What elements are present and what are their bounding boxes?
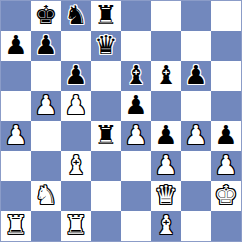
square-f4[interactable]: ♟ bbox=[151, 121, 181, 151]
square-g3[interactable] bbox=[181, 151, 211, 181]
black-pawn-a7[interactable]: ♟ bbox=[4, 32, 27, 58]
square-f1[interactable]: ♝ bbox=[151, 211, 181, 241]
white-pawn-f3[interactable]: ♟ bbox=[154, 152, 177, 178]
square-d3[interactable] bbox=[91, 151, 121, 181]
square-b7[interactable]: ♟ bbox=[31, 31, 61, 61]
square-d2[interactable] bbox=[91, 181, 121, 211]
square-g8[interactable] bbox=[181, 1, 211, 31]
square-f5[interactable] bbox=[151, 91, 181, 121]
square-d7[interactable]: ♛ bbox=[91, 31, 121, 61]
square-e5[interactable]: ♟ bbox=[121, 91, 151, 121]
square-b5[interactable]: ♟ bbox=[31, 91, 61, 121]
black-rook-d8[interactable]: ♜ bbox=[94, 2, 117, 28]
square-h7[interactable] bbox=[211, 31, 241, 61]
chess-diagram: ♚♞♜♟♟♛♟♝♝♟♟♟♟♟♜♟♟♟♟♝♟♟♞♛♚♜♜♝ bbox=[0, 0, 242, 242]
square-a2[interactable] bbox=[1, 181, 31, 211]
square-f2[interactable]: ♛ bbox=[151, 181, 181, 211]
white-pawn-g4[interactable]: ♟ bbox=[184, 122, 207, 148]
square-d5[interactable] bbox=[91, 91, 121, 121]
square-a5[interactable] bbox=[1, 91, 31, 121]
white-king-h2[interactable]: ♚ bbox=[214, 182, 237, 208]
square-g4[interactable]: ♟ bbox=[181, 121, 211, 151]
black-pawn-e5[interactable]: ♟ bbox=[124, 92, 147, 118]
square-f6[interactable]: ♝ bbox=[151, 61, 181, 91]
square-c5[interactable]: ♟ bbox=[61, 91, 91, 121]
square-b4[interactable] bbox=[31, 121, 61, 151]
square-b8[interactable]: ♚ bbox=[31, 1, 61, 31]
square-d4[interactable]: ♜ bbox=[91, 121, 121, 151]
black-pawn-f4[interactable]: ♟ bbox=[154, 122, 177, 148]
square-c2[interactable] bbox=[61, 181, 91, 211]
square-a6[interactable] bbox=[1, 61, 31, 91]
square-a7[interactable]: ♟ bbox=[1, 31, 31, 61]
square-b2[interactable]: ♞ bbox=[31, 181, 61, 211]
square-g5[interactable] bbox=[181, 91, 211, 121]
square-b3[interactable] bbox=[31, 151, 61, 181]
square-e2[interactable] bbox=[121, 181, 151, 211]
square-g7[interactable] bbox=[181, 31, 211, 61]
square-e4[interactable]: ♟ bbox=[121, 121, 151, 151]
white-rook-a1[interactable]: ♜ bbox=[4, 212, 27, 238]
black-king-b8[interactable]: ♚ bbox=[34, 2, 57, 28]
square-a8[interactable] bbox=[1, 1, 31, 31]
black-knight-c8[interactable]: ♞ bbox=[64, 2, 87, 28]
square-e1[interactable] bbox=[121, 211, 151, 241]
white-pawn-c5[interactable]: ♟ bbox=[64, 92, 87, 118]
black-bishop-f6[interactable]: ♝ bbox=[154, 62, 177, 88]
square-d1[interactable] bbox=[91, 211, 121, 241]
square-e8[interactable] bbox=[121, 1, 151, 31]
white-pawn-h3[interactable]: ♟ bbox=[214, 152, 237, 178]
square-a4[interactable]: ♟ bbox=[1, 121, 31, 151]
square-h5[interactable] bbox=[211, 91, 241, 121]
black-queen-d7[interactable]: ♛ bbox=[94, 32, 117, 58]
square-b6[interactable] bbox=[31, 61, 61, 91]
square-h8[interactable] bbox=[211, 1, 241, 31]
square-h2[interactable]: ♚ bbox=[211, 181, 241, 211]
square-g2[interactable] bbox=[181, 181, 211, 211]
square-h6[interactable] bbox=[211, 61, 241, 91]
white-pawn-a4[interactable]: ♟ bbox=[4, 122, 27, 148]
square-a1[interactable]: ♜ bbox=[1, 211, 31, 241]
square-g1[interactable] bbox=[181, 211, 211, 241]
square-e6[interactable]: ♝ bbox=[121, 61, 151, 91]
black-pawn-c6[interactable]: ♟ bbox=[64, 62, 87, 88]
square-h4[interactable]: ♟ bbox=[211, 121, 241, 151]
square-b1[interactable] bbox=[31, 211, 61, 241]
black-pawn-h4[interactable]: ♟ bbox=[214, 122, 237, 148]
white-pawn-b5[interactable]: ♟ bbox=[34, 92, 57, 118]
white-knight-b2[interactable]: ♞ bbox=[34, 182, 57, 208]
square-e7[interactable] bbox=[121, 31, 151, 61]
white-rook-c1[interactable]: ♜ bbox=[64, 212, 87, 238]
white-pawn-e4[interactable]: ♟ bbox=[124, 122, 147, 148]
square-e3[interactable] bbox=[121, 151, 151, 181]
black-pawn-g6[interactable]: ♟ bbox=[184, 62, 207, 88]
white-bishop-f1[interactable]: ♝ bbox=[154, 212, 177, 238]
black-bishop-e6[interactable]: ♝ bbox=[124, 62, 147, 88]
square-d6[interactable] bbox=[91, 61, 121, 91]
square-c4[interactable] bbox=[61, 121, 91, 151]
square-f7[interactable] bbox=[151, 31, 181, 61]
chess-board: ♚♞♜♟♟♛♟♝♝♟♟♟♟♟♜♟♟♟♟♝♟♟♞♛♚♜♜♝ bbox=[0, 0, 242, 242]
square-h1[interactable] bbox=[211, 211, 241, 241]
square-c7[interactable] bbox=[61, 31, 91, 61]
square-f3[interactable]: ♟ bbox=[151, 151, 181, 181]
square-d8[interactable]: ♜ bbox=[91, 1, 121, 31]
white-queen-f2[interactable]: ♛ bbox=[154, 182, 177, 208]
square-a3[interactable] bbox=[1, 151, 31, 181]
black-pawn-b7[interactable]: ♟ bbox=[34, 32, 57, 58]
black-rook-d4[interactable]: ♜ bbox=[94, 122, 117, 148]
square-c3[interactable]: ♝ bbox=[61, 151, 91, 181]
square-c6[interactable]: ♟ bbox=[61, 61, 91, 91]
square-c1[interactable]: ♜ bbox=[61, 211, 91, 241]
square-c8[interactable]: ♞ bbox=[61, 1, 91, 31]
square-g6[interactable]: ♟ bbox=[181, 61, 211, 91]
square-f8[interactable] bbox=[151, 1, 181, 31]
white-bishop-c3[interactable]: ♝ bbox=[64, 152, 87, 178]
square-h3[interactable]: ♟ bbox=[211, 151, 241, 181]
